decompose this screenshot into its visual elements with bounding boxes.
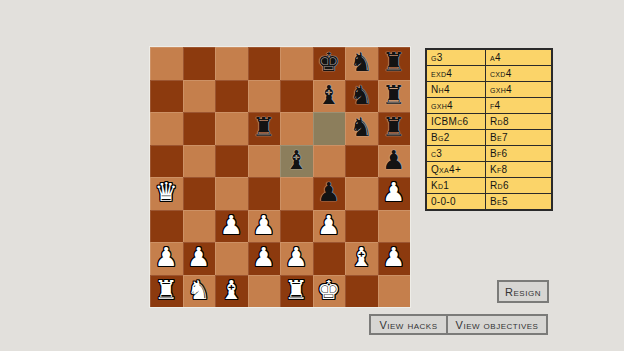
square-e7[interactable] xyxy=(280,80,313,113)
square-h6[interactable]: ♜ xyxy=(378,112,411,145)
black-king: ♚ xyxy=(317,49,340,75)
square-a3[interactable] xyxy=(150,210,183,243)
square-h2[interactable]: ♟ xyxy=(378,242,411,275)
black-pawn: ♟ xyxy=(317,179,340,205)
square-c3[interactable]: ♟ xyxy=(215,210,248,243)
move-row: Bg2 Be7 xyxy=(426,130,552,146)
square-f3[interactable]: ♟ xyxy=(313,210,346,243)
square-e1[interactable]: ♜ xyxy=(280,275,313,308)
square-f4[interactable]: ♟ xyxy=(313,177,346,210)
move-black: Rd8 xyxy=(486,114,553,130)
move-black: Bf6 xyxy=(486,146,553,162)
resign-button[interactable]: Resign xyxy=(497,280,549,303)
white-rook: ♜ xyxy=(155,277,178,303)
move-black: cxd4 xyxy=(486,66,553,82)
move-black: a4 xyxy=(486,49,553,66)
move-black: Be7 xyxy=(486,130,553,146)
square-f8[interactable]: ♚ xyxy=(313,47,346,80)
move-white: exd4 xyxy=(426,66,486,82)
white-knight: ♞ xyxy=(187,277,210,303)
square-a2[interactable]: ♟ xyxy=(150,242,183,275)
square-d5[interactable] xyxy=(248,145,281,178)
square-b6[interactable] xyxy=(183,112,216,145)
square-b5[interactable] xyxy=(183,145,216,178)
square-b4[interactable] xyxy=(183,177,216,210)
black-rook: ♜ xyxy=(382,114,405,140)
square-e6[interactable] xyxy=(280,112,313,145)
square-f2[interactable] xyxy=(313,242,346,275)
square-c5[interactable] xyxy=(215,145,248,178)
white-pawn: ♟ xyxy=(252,244,275,270)
square-g4[interactable] xyxy=(345,177,378,210)
square-g7[interactable]: ♞ xyxy=(345,80,378,113)
square-e8[interactable] xyxy=(280,47,313,80)
move-row: ICBMc6 Rd8 xyxy=(426,114,552,130)
view-objectives-button[interactable]: View objectives xyxy=(446,314,548,335)
square-c2[interactable] xyxy=(215,242,248,275)
white-bishop: ♝ xyxy=(350,244,373,270)
move-black: Kf8 xyxy=(486,162,553,178)
move-row: Nh4 gxh4 xyxy=(426,82,552,98)
move-black: f4 xyxy=(486,98,553,114)
square-g3[interactable] xyxy=(345,210,378,243)
move-row: Qxa4+ Kf8 xyxy=(426,162,552,178)
square-a1[interactable]: ♜ xyxy=(150,275,183,308)
black-rook: ♜ xyxy=(252,114,275,140)
square-h7[interactable]: ♜ xyxy=(378,80,411,113)
chess-board: ♚♞♜♝♞♜♜♞♜♝♟♛♟♟♟♟♟♟♟♟♟♝♟♜♞♝♜♚ xyxy=(150,47,410,307)
move-row: exd4 cxd4 xyxy=(426,66,552,82)
square-h3[interactable] xyxy=(378,210,411,243)
square-h8[interactable]: ♜ xyxy=(378,47,411,80)
black-knight: ♞ xyxy=(350,114,373,140)
move-row: 0-0-0 Be5 xyxy=(426,194,552,211)
black-knight: ♞ xyxy=(350,49,373,75)
white-queen: ♛ xyxy=(155,179,178,205)
move-white: Kd1 xyxy=(426,178,486,194)
move-white: Bg2 xyxy=(426,130,486,146)
square-f6[interactable] xyxy=(313,112,346,145)
square-c1[interactable]: ♝ xyxy=(215,275,248,308)
white-pawn: ♟ xyxy=(155,244,178,270)
square-b2[interactable]: ♟ xyxy=(183,242,216,275)
square-g5[interactable] xyxy=(345,145,378,178)
move-white: Nh4 xyxy=(426,82,486,98)
square-d6[interactable]: ♜ xyxy=(248,112,281,145)
view-hacks-button[interactable]: View hacks xyxy=(369,314,448,335)
square-d3[interactable]: ♟ xyxy=(248,210,281,243)
square-d7[interactable] xyxy=(248,80,281,113)
square-a8[interactable] xyxy=(150,47,183,80)
move-black: Rd6 xyxy=(486,178,553,194)
move-white: ICBMc6 xyxy=(426,114,486,130)
move-white: c3 xyxy=(426,146,486,162)
white-rook: ♜ xyxy=(285,277,308,303)
square-h1[interactable] xyxy=(378,275,411,308)
square-d2[interactable]: ♟ xyxy=(248,242,281,275)
square-e4[interactable] xyxy=(280,177,313,210)
square-b3[interactable] xyxy=(183,210,216,243)
square-b7[interactable] xyxy=(183,80,216,113)
white-pawn: ♟ xyxy=(317,212,340,238)
move-white: 0-0-0 xyxy=(426,194,486,211)
square-a4[interactable]: ♛ xyxy=(150,177,183,210)
square-h4[interactable]: ♟ xyxy=(378,177,411,210)
move-white: Qxa4+ xyxy=(426,162,486,178)
white-pawn: ♟ xyxy=(220,212,243,238)
white-pawn: ♟ xyxy=(285,244,308,270)
black-bishop: ♝ xyxy=(285,147,308,173)
square-g2[interactable]: ♝ xyxy=(345,242,378,275)
square-b1[interactable]: ♞ xyxy=(183,275,216,308)
square-f7[interactable]: ♝ xyxy=(313,80,346,113)
square-d8[interactable] xyxy=(248,47,281,80)
move-white: gxh4 xyxy=(426,98,486,114)
square-f1[interactable]: ♚ xyxy=(313,275,346,308)
square-a5[interactable] xyxy=(150,145,183,178)
move-row: c3 Bf6 xyxy=(426,146,552,162)
move-row: Kd1 Rd6 xyxy=(426,178,552,194)
black-rook: ♜ xyxy=(382,82,405,108)
square-c6[interactable] xyxy=(215,112,248,145)
white-king: ♚ xyxy=(317,277,340,303)
black-rook: ♜ xyxy=(382,49,405,75)
square-f5[interactable] xyxy=(313,145,346,178)
square-g6[interactable]: ♞ xyxy=(345,112,378,145)
square-d4[interactable] xyxy=(248,177,281,210)
square-g1[interactable] xyxy=(345,275,378,308)
black-bishop: ♝ xyxy=(317,82,340,108)
white-pawn: ♟ xyxy=(187,244,210,270)
square-c4[interactable] xyxy=(215,177,248,210)
move-black: gxh4 xyxy=(486,82,553,98)
black-pawn: ♟ xyxy=(382,147,405,173)
black-knight: ♞ xyxy=(350,82,373,108)
square-h5[interactable]: ♟ xyxy=(378,145,411,178)
square-c7[interactable] xyxy=(215,80,248,113)
move-white: g3 xyxy=(426,49,486,66)
move-black: Be5 xyxy=(486,194,553,211)
square-c8[interactable] xyxy=(215,47,248,80)
square-d1[interactable] xyxy=(248,275,281,308)
move-row: g3 a4 xyxy=(426,49,552,66)
move-row: gxh4 f4 xyxy=(426,98,552,114)
white-pawn: ♟ xyxy=(252,212,275,238)
square-g8[interactable]: ♞ xyxy=(345,47,378,80)
white-pawn: ♟ xyxy=(382,244,405,270)
square-a6[interactable] xyxy=(150,112,183,145)
square-b8[interactable] xyxy=(183,47,216,80)
move-table: g3 a4 exd4 cxd4 Nh4 gxh4 gxh4 f4 ICBMc6 … xyxy=(425,48,553,211)
game-window: ♚♞♜♝♞♜♜♞♜♝♟♛♟♟♟♟♟♟♟♟♟♝♟♜♞♝♜♚ g3 a4 exd4 … xyxy=(0,0,624,351)
white-bishop: ♝ xyxy=(220,277,243,303)
square-e2[interactable]: ♟ xyxy=(280,242,313,275)
square-e3[interactable] xyxy=(280,210,313,243)
white-pawn: ♟ xyxy=(382,179,405,205)
square-a7[interactable] xyxy=(150,80,183,113)
square-e5[interactable]: ♝ xyxy=(280,145,313,178)
